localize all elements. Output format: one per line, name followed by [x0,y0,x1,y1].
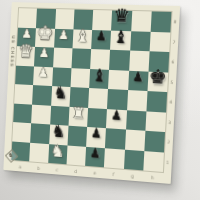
white-bishop-d7[interactable]: ♝ [72,25,92,45]
black-pawn-e7[interactable]: ♟ [91,26,111,46]
rank-label-8: 8 [173,19,176,24]
square-g1[interactable] [123,149,144,170]
white-pawn-b5[interactable]: ♟ [33,63,52,83]
square-a3[interactable] [13,103,32,123]
square-g8[interactable] [131,11,152,31]
square-h2[interactable] [144,131,165,152]
white-knight-c1[interactable]: ♞ [48,140,68,160]
white-queen-a6[interactable]: ♛ [16,41,35,60]
square-h7[interactable] [149,31,170,52]
square-f5[interactable] [108,69,128,90]
square-h1[interactable] [143,151,164,172]
rank-label-6: 6 [171,60,174,65]
file-label-d: d [74,168,77,173]
square-a4[interactable] [14,84,33,104]
square-b3[interactable] [31,104,50,124]
square-f6[interactable] [109,50,129,71]
square-a2[interactable] [12,122,31,142]
black-pawn-g5[interactable]: ♟ [128,67,149,87]
file-label-b: b [37,165,40,170]
file-label-a: a [19,164,22,169]
chess-board: ♛♟♚♟♝♟♝♛♟♟♝♟♚♞♜♟♞♟♞♟ abcdefgh 87654321 U… [3,2,180,184]
photo-background: ♛♟♚♟♝♟♝♛♟♟♝♟♚♞♜♟♞♟♞♟ abcdefgh 87654321 U… [0,0,200,200]
square-h5[interactable]: ♚ [147,71,168,92]
black-knight-c2[interactable]: ♞ [49,121,69,141]
square-h8[interactable] [150,11,171,32]
black-bishop-f7[interactable]: ♝ [111,27,131,47]
square-c1[interactable]: ♞ [48,144,68,165]
square-f7[interactable]: ♝ [110,30,130,50]
square-b5[interactable]: ♟ [33,66,52,86]
square-b4[interactable] [32,85,51,105]
square-a5[interactable] [15,65,34,85]
white-king-b7[interactable]: ♚ [35,23,54,42]
black-pawn-e1[interactable]: ♟ [85,143,105,163]
rank-label-7: 7 [172,40,175,45]
us-chess-crest-logo: ♞ [5,149,17,162]
black-pawn-e2[interactable]: ♟ [86,123,106,143]
white-pawn-b6[interactable]: ♟ [34,43,53,62]
black-king-h5[interactable]: ♚ [148,66,169,86]
file-label-f: f [113,172,115,177]
square-c6[interactable] [53,48,73,68]
square-e7[interactable]: ♟ [91,30,111,50]
black-knight-c4[interactable]: ♞ [51,83,71,103]
board-grid: ♛♟♚♟♝♟♝♛♟♟♝♟♚♞♜♟♞♟♞♟ [11,8,171,172]
rank-label-4: 4 [169,100,172,105]
white-pawn-c7[interactable]: ♟ [54,25,74,44]
square-c7[interactable]: ♟ [54,28,74,48]
square-d2[interactable] [67,126,87,147]
black-bishop-e5[interactable]: ♝ [89,65,109,85]
rank-label-5: 5 [170,80,173,85]
square-g3[interactable] [126,110,147,131]
black-pawn-f3[interactable]: ♟ [106,105,126,125]
square-d7[interactable]: ♝ [72,29,92,49]
white-rook-d3[interactable]: ♜ [68,103,88,123]
rank-label-1: 1 [166,160,169,165]
square-h3[interactable] [145,111,166,132]
square-e4[interactable] [88,88,108,109]
square-e1[interactable]: ♟ [85,146,105,167]
square-d5[interactable] [70,68,90,88]
square-d3[interactable]: ♜ [68,106,88,127]
square-d1[interactable] [66,145,86,166]
square-g2[interactable] [125,129,146,150]
square-f1[interactable] [104,148,124,169]
file-label-e: e [93,170,96,175]
rank-label-2: 2 [167,140,170,145]
square-f3[interactable]: ♟ [106,109,126,130]
square-g7[interactable] [130,31,151,52]
square-b2[interactable] [30,123,49,143]
square-h4[interactable] [146,91,167,112]
square-c4[interactable]: ♞ [51,86,71,106]
square-e5[interactable]: ♝ [89,69,109,89]
square-a6[interactable]: ♛ [16,46,35,66]
square-d6[interactable] [71,48,91,68]
file-label-c: c [56,167,59,172]
square-b1[interactable] [29,142,48,163]
file-label-g: g [131,173,134,178]
black-queen-f8[interactable]: ♛ [112,5,132,25]
file-label-h: h [151,175,154,180]
square-g4[interactable] [127,90,148,111]
square-g5[interactable]: ♟ [128,70,149,91]
rank-label-3: 3 [168,120,171,125]
us-chess-edge-text: US CHESS [9,35,15,67]
square-f2[interactable] [105,128,125,149]
crest-knight-icon: ♞ [5,149,17,162]
